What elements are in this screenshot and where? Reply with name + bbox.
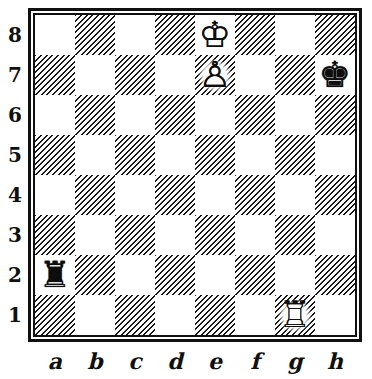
square-h5[interactable] bbox=[315, 135, 355, 175]
square-b2[interactable] bbox=[75, 255, 115, 295]
square-d4[interactable] bbox=[155, 175, 195, 215]
rank-label-6: 6 bbox=[2, 95, 28, 135]
square-c7[interactable] bbox=[115, 55, 155, 95]
file-label-c: c bbox=[115, 346, 155, 376]
square-g2[interactable] bbox=[275, 255, 315, 295]
rank-label-2: 2 bbox=[2, 255, 28, 295]
square-b6[interactable] bbox=[75, 95, 115, 135]
rank-labels: 87654321 bbox=[2, 8, 28, 342]
square-c4[interactable] bbox=[115, 175, 155, 215]
square-c2[interactable] bbox=[115, 255, 155, 295]
file-labels: abcdefgh bbox=[35, 346, 355, 376]
square-d6[interactable] bbox=[155, 95, 195, 135]
square-e4[interactable] bbox=[195, 175, 235, 215]
square-c6[interactable] bbox=[115, 95, 155, 135]
square-f8[interactable] bbox=[235, 15, 275, 55]
square-d3[interactable] bbox=[155, 215, 195, 255]
square-f2[interactable] bbox=[235, 255, 275, 295]
piece-white-king[interactable]: ♔ bbox=[195, 15, 235, 55]
square-b5[interactable] bbox=[75, 135, 115, 175]
square-g7[interactable] bbox=[275, 55, 315, 95]
file-label-b: b bbox=[75, 346, 115, 376]
square-b7[interactable] bbox=[75, 55, 115, 95]
board-area: 87654321 ♔♙♚♜♖ bbox=[2, 8, 362, 342]
square-g8[interactable] bbox=[275, 15, 315, 55]
piece-white-rook[interactable]: ♖ bbox=[275, 295, 315, 335]
file-label-e: e bbox=[195, 346, 235, 376]
file-label-h: h bbox=[315, 346, 355, 376]
square-c3[interactable] bbox=[115, 215, 155, 255]
square-a4[interactable] bbox=[35, 175, 75, 215]
rank-label-4: 4 bbox=[2, 175, 28, 215]
square-a8[interactable] bbox=[35, 15, 75, 55]
file-label-a: a bbox=[35, 346, 75, 376]
rank-label-3: 3 bbox=[2, 215, 28, 255]
square-f7[interactable] bbox=[235, 55, 275, 95]
square-f1[interactable] bbox=[235, 295, 275, 335]
square-e7[interactable]: ♙ bbox=[195, 55, 235, 95]
square-a3[interactable] bbox=[35, 215, 75, 255]
square-h1[interactable] bbox=[315, 295, 355, 335]
piece-white-pawn[interactable]: ♙ bbox=[195, 55, 235, 95]
square-e6[interactable] bbox=[195, 95, 235, 135]
square-e8[interactable]: ♔ bbox=[195, 15, 235, 55]
rank-label-1: 1 bbox=[2, 295, 28, 335]
piece-black-king[interactable]: ♚ bbox=[315, 55, 355, 95]
file-label-f: f bbox=[235, 346, 275, 376]
file-label-d: d bbox=[155, 346, 195, 376]
rank-label-8: 8 bbox=[2, 15, 28, 55]
square-h6[interactable] bbox=[315, 95, 355, 135]
square-a7[interactable] bbox=[35, 55, 75, 95]
chess-diagram: 87654321 ♔♙♚♜♖ abcdefgh bbox=[0, 0, 372, 379]
board-inner-border: ♔♙♚♜♖ bbox=[33, 13, 357, 337]
rank-label-7: 7 bbox=[2, 55, 28, 95]
square-f3[interactable] bbox=[235, 215, 275, 255]
square-d8[interactable] bbox=[155, 15, 195, 55]
square-b8[interactable] bbox=[75, 15, 115, 55]
square-a6[interactable] bbox=[35, 95, 75, 135]
square-e5[interactable] bbox=[195, 135, 235, 175]
square-a5[interactable] bbox=[35, 135, 75, 175]
rank-label-5: 5 bbox=[2, 135, 28, 175]
piece-black-rook[interactable]: ♜ bbox=[35, 255, 75, 295]
square-h7[interactable]: ♚ bbox=[315, 55, 355, 95]
square-h3[interactable] bbox=[315, 215, 355, 255]
board-frame: ♔♙♚♜♖ bbox=[28, 8, 362, 342]
board-grid: ♔♙♚♜♖ bbox=[35, 15, 355, 335]
square-h8[interactable] bbox=[315, 15, 355, 55]
square-g6[interactable] bbox=[275, 95, 315, 135]
square-d1[interactable] bbox=[155, 295, 195, 335]
square-g5[interactable] bbox=[275, 135, 315, 175]
file-label-g: g bbox=[275, 346, 315, 376]
square-f6[interactable] bbox=[235, 95, 275, 135]
square-d5[interactable] bbox=[155, 135, 195, 175]
square-g3[interactable] bbox=[275, 215, 315, 255]
square-b3[interactable] bbox=[75, 215, 115, 255]
square-c1[interactable] bbox=[115, 295, 155, 335]
square-d7[interactable] bbox=[155, 55, 195, 95]
square-a1[interactable] bbox=[35, 295, 75, 335]
square-g1[interactable]: ♖ bbox=[275, 295, 315, 335]
square-g4[interactable] bbox=[275, 175, 315, 215]
square-b1[interactable] bbox=[75, 295, 115, 335]
square-e1[interactable] bbox=[195, 295, 235, 335]
square-a2[interactable]: ♜ bbox=[35, 255, 75, 295]
square-e3[interactable] bbox=[195, 215, 235, 255]
square-c8[interactable] bbox=[115, 15, 155, 55]
square-f5[interactable] bbox=[235, 135, 275, 175]
square-e2[interactable] bbox=[195, 255, 235, 295]
square-b4[interactable] bbox=[75, 175, 115, 215]
square-h2[interactable] bbox=[315, 255, 355, 295]
square-d2[interactable] bbox=[155, 255, 195, 295]
square-f4[interactable] bbox=[235, 175, 275, 215]
square-c5[interactable] bbox=[115, 135, 155, 175]
square-h4[interactable] bbox=[315, 175, 355, 215]
